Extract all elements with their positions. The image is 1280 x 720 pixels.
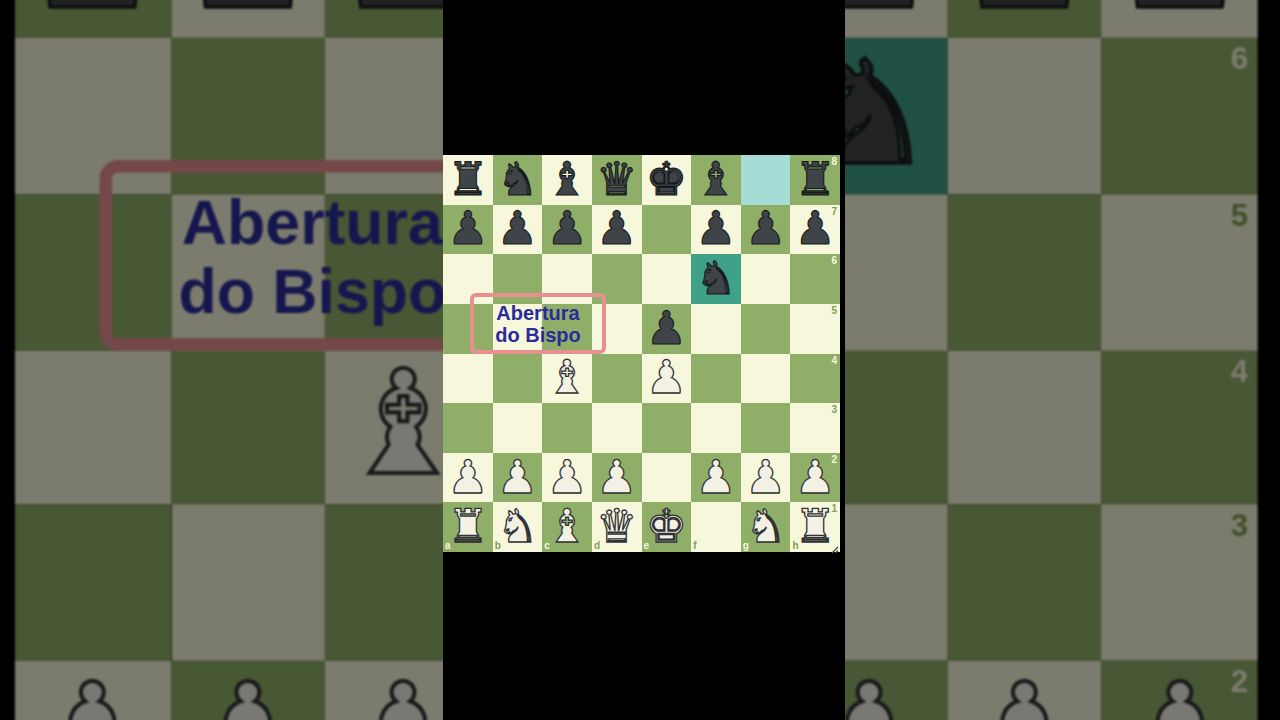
rank-label-6: 6 [831,256,837,266]
board-resize-handle-icon[interactable] [828,540,839,551]
square-c7[interactable]: ♟ [542,205,592,255]
square-f3[interactable] [691,403,741,453]
square-f5[interactable] [691,304,741,354]
square-h4: 4 [1102,349,1257,504]
black-bishop-f8[interactable]: ♝ [691,154,741,204]
square-c2: ♟ [326,660,443,720]
file-label-h: h [792,541,798,551]
square-d1[interactable]: ♛d [592,502,642,552]
square-b7[interactable]: ♟ [493,205,543,255]
chess-board: ♜♞♝♛♚♝♜8♟♟♟♟♟♟♟7♞6♟5♝♟43♟♟♟♟♟♟♟2♜a♞b♝c♛d… [845,0,1258,720]
square-f8[interactable]: ♝ [691,155,741,205]
square-e7[interactable] [642,205,692,255]
black-pawn-e5[interactable]: ♟ [642,303,692,353]
square-f4[interactable] [691,354,741,404]
square-g7: ♟ [947,0,1102,39]
square-f6: ♞ [845,39,947,194]
square-a7: ♟ [15,0,170,39]
square-c4: ♝ [326,349,443,504]
square-h2[interactable]: ♟2 [790,453,840,503]
square-e1[interactable]: ♚e [642,502,692,552]
square-d4[interactable] [592,354,642,404]
opening-annotation-line2: do Bispo [495,324,581,346]
square-g2[interactable]: ♟ [741,453,791,503]
square-h5[interactable]: 5 [790,304,840,354]
square-g3[interactable] [741,403,791,453]
opening-annotation-line2: do Bispo [178,255,443,324]
square-f1[interactable]: f [691,502,741,552]
background-board-right-zoom: ♜♞♝♛♚♝♜8♟♟♟♟♟♟♟7♞6♟5♝♟43♟♟♟♟♟♟♟2♜a♞b♝c♛d… [845,0,1258,720]
square-c2[interactable]: ♟ [542,453,592,503]
white-pawn-a2[interactable]: ♟ [443,452,493,502]
rank-label-6: 6 [1231,45,1248,76]
square-f5 [845,194,947,349]
square-b4 [170,349,325,504]
square-b2: ♟ [170,660,325,720]
square-c3[interactable] [542,403,592,453]
square-c7: ♟ [326,0,443,39]
square-g3 [947,505,1102,660]
square-h7: ♟7 [1102,0,1257,39]
square-a7[interactable]: ♟ [443,205,493,255]
white-pawn-g2: ♟ [947,657,1102,720]
square-b7: ♟ [170,0,325,39]
white-pawn-b2: ♟ [170,657,325,720]
square-a8[interactable]: ♜ [443,155,493,205]
black-pawn-c7[interactable]: ♟ [542,204,592,254]
square-a4 [15,349,170,504]
square-f4 [845,349,947,504]
file-label-e: e [644,541,650,551]
white-pawn-e4[interactable]: ♟ [642,353,692,403]
black-pawn-d7[interactable]: ♟ [592,204,642,254]
rank-label-7: 7 [831,207,837,217]
square-d3[interactable] [592,403,642,453]
white-pawn-g2[interactable]: ♟ [741,452,791,502]
square-g7[interactable]: ♟ [741,205,791,255]
square-d7[interactable]: ♟ [592,205,642,255]
square-h2: ♟2 [1102,660,1257,720]
square-b2[interactable]: ♟ [493,453,543,503]
square-e2[interactable] [642,453,692,503]
square-c8[interactable]: ♝ [542,155,592,205]
chess-board-grid: ♜♞♝♛♚♝♜8♟♟♟♟♟♟♟7♞6♟5♝♟43♟♟♟♟♟♟♟2♜a♞b♝c♛d… [15,0,443,720]
opening-annotation-line1: Abertura [496,302,579,324]
rank-label-2: 2 [1231,666,1248,697]
background-board-left-zoom: ♜♞♝♛♚♝♜8♟♟♟♟♟♟♟7♞6♟5♝♟43♟♟♟♟♟♟♟2♜a♞b♝c♛d… [15,0,443,720]
square-h5: 5 [1102,194,1257,349]
white-pawn-f2: ♟ [845,657,947,720]
black-pawn-c7: ♟ [326,0,443,36]
rank-label-8: 8 [831,157,837,167]
square-b3[interactable] [493,403,543,453]
opening-annotation-box: Abertura do Bispo [470,293,606,354]
rank-label-2: 2 [831,455,837,465]
square-h7[interactable]: ♟7 [790,205,840,255]
square-e6[interactable] [642,254,692,304]
square-h4[interactable]: 4 [790,354,840,404]
black-pawn-g7[interactable]: ♟ [741,204,791,254]
white-bishop-c4[interactable]: ♝ [542,353,592,403]
white-pawn-a2: ♟ [15,657,170,720]
rank-label-4: 4 [1231,356,1248,387]
square-e5[interactable]: ♟ [642,304,692,354]
black-knight-b8[interactable]: ♞ [493,154,543,204]
black-rook-a8[interactable]: ♜ [443,154,493,204]
square-g6[interactable] [741,254,791,304]
square-b4[interactable] [493,354,543,404]
black-knight-f6[interactable]: ♞ [691,253,741,303]
square-b3 [170,505,325,660]
square-e3[interactable] [642,403,692,453]
square-g8[interactable] [741,155,791,205]
file-label-d: d [594,541,600,551]
white-bishop-c4: ♝ [326,346,443,501]
square-h1[interactable]: ♜1h [790,502,840,552]
file-label-g: g [743,541,749,551]
square-h8[interactable]: ♜8 [790,155,840,205]
chess-board-grid: ♜♞♝♛♚♝♜8♟♟♟♟♟♟♟7♞6♟5♝♟43♟♟♟♟♟♟♟2♜a♞b♝c♛d… [845,0,1258,720]
black-pawn-a7: ♟ [15,0,170,36]
square-d8[interactable]: ♛ [592,155,642,205]
square-g1[interactable]: ♞g [741,502,791,552]
square-e4[interactable]: ♟ [642,354,692,404]
black-pawn-a7[interactable]: ♟ [443,204,493,254]
file-label-f: f [693,541,696,551]
square-h6[interactable]: 6 [790,254,840,304]
rank-label-1: 1 [831,504,837,514]
chess-board: ♜♞♝♛♚♝♜8♟♟♟♟♟♟♟7♞6♟5♝♟43♟♟♟♟♟♟♟2♜a♞b♝c♛d… [443,155,840,552]
video-frame: ♜♞♝♛♚♝♜8♟♟♟♟♟♟♟7♞6♟5♝♟43♟♟♟♟♟♟♟2♜a♞b♝c♛d… [0,0,1280,720]
square-c4[interactable]: ♝ [542,354,592,404]
square-g4[interactable] [741,354,791,404]
square-a1[interactable]: ♜a [443,502,493,552]
square-d2[interactable]: ♟ [592,453,642,503]
rank-label-4: 4 [831,356,837,366]
square-h6: 6 [1102,39,1257,194]
rank-label-3: 3 [831,405,837,415]
black-knight-f6: ♞ [845,36,947,191]
file-label-b: b [495,541,501,551]
video-center-column: ♜♞♝♛♚♝♜8♟♟♟♟♟♟♟7♞6♟5♝♟43♟♟♟♟♟♟♟2♜a♞b♝c♛d… [443,0,845,720]
square-a2: ♟ [15,660,170,720]
square-g6 [947,39,1102,194]
square-b8[interactable]: ♞ [493,155,543,205]
square-g2: ♟ [947,660,1102,720]
black-king-e8[interactable]: ♚ [642,154,692,204]
white-pawn-d2[interactable]: ♟ [592,452,642,502]
black-bishop-c8[interactable]: ♝ [542,154,592,204]
black-pawn-g7: ♟ [947,0,1102,36]
square-a3[interactable] [443,403,493,453]
square-h3[interactable]: 3 [790,403,840,453]
black-pawn-f7[interactable]: ♟ [691,204,741,254]
background-board-right: ♜♞♝♛♚♝♜8♟♟♟♟♟♟♟7♞6♟5♝♟43♟♟♟♟♟♟♟2♜a♞b♝c♛d… [845,0,1280,720]
white-pawn-f2[interactable]: ♟ [691,452,741,502]
square-f2: ♟ [845,660,947,720]
square-f7[interactable]: ♟ [691,205,741,255]
opening-annotation-box: Abertura do Bispo [100,160,443,351]
square-c1[interactable]: ♝c [542,502,592,552]
white-pawn-b2[interactable]: ♟ [493,452,543,502]
square-g4 [947,349,1102,504]
black-pawn-b7[interactable]: ♟ [493,204,543,254]
black-pawn-h7: ♟ [1102,0,1257,36]
square-f6[interactable]: ♞ [691,254,741,304]
rank-label-5: 5 [831,306,837,316]
black-queen-d8[interactable]: ♛ [592,154,642,204]
background-board-left: ♜♞♝♛♚♝♜8♟♟♟♟♟♟♟7♞6♟5♝♟43♟♟♟♟♟♟♟2♜a♞b♝c♛d… [0,0,443,720]
opening-annotation-line1: Abertura [182,187,443,256]
square-g5[interactable] [741,304,791,354]
square-a3 [15,505,170,660]
square-a2[interactable]: ♟ [443,453,493,503]
square-c3 [326,505,443,660]
chess-board: ♜♞♝♛♚♝♜8♟♟♟♟♟♟♟7♞6♟5♝♟43♟♟♟♟♟♟♟2♜a♞b♝c♛d… [15,0,443,720]
square-f3 [845,505,947,660]
square-a4[interactable] [443,354,493,404]
black-pawn-b7: ♟ [170,0,325,36]
rank-label-3: 3 [1231,511,1248,542]
square-b1[interactable]: ♞b [493,502,543,552]
file-label-c: c [544,541,550,551]
square-g5 [947,194,1102,349]
square-f2[interactable]: ♟ [691,453,741,503]
white-pawn-c2: ♟ [326,657,443,720]
file-label-a: a [445,541,451,551]
square-h3: 3 [1102,505,1257,660]
square-e8[interactable]: ♚ [642,155,692,205]
white-pawn-c2[interactable]: ♟ [542,452,592,502]
rank-label-5: 5 [1231,200,1248,231]
